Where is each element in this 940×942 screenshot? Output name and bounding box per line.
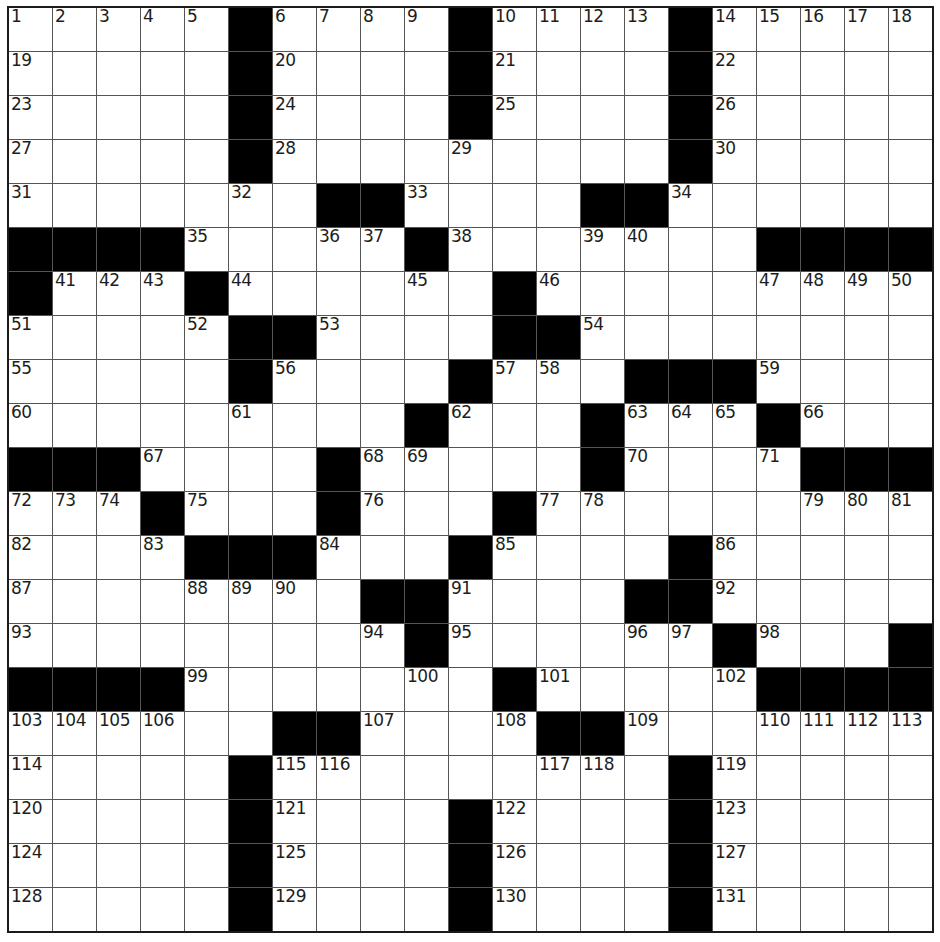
white-cell[interactable] <box>889 96 932 139</box>
white-cell[interactable] <box>229 712 272 755</box>
white-cell[interactable]: 44 <box>229 272 272 315</box>
white-cell[interactable]: 51 <box>9 316 52 359</box>
white-cell[interactable] <box>317 404 360 447</box>
white-cell[interactable] <box>669 492 712 535</box>
white-cell[interactable]: 79 <box>801 492 844 535</box>
white-cell[interactable]: 93 <box>9 624 52 667</box>
white-cell[interactable]: 65 <box>713 404 756 447</box>
white-cell[interactable]: 126 <box>493 844 536 887</box>
white-cell[interactable] <box>317 52 360 95</box>
white-cell[interactable]: 121 <box>273 800 316 843</box>
white-cell[interactable]: 83 <box>141 536 184 579</box>
white-cell[interactable] <box>801 52 844 95</box>
white-cell[interactable] <box>625 756 668 799</box>
white-cell[interactable]: 62 <box>449 404 492 447</box>
white-cell[interactable] <box>53 316 96 359</box>
white-cell[interactable] <box>361 316 404 359</box>
white-cell[interactable]: 77 <box>537 492 580 535</box>
white-cell[interactable] <box>405 536 448 579</box>
white-cell[interactable]: 101 <box>537 668 580 711</box>
white-cell[interactable] <box>757 756 800 799</box>
white-cell[interactable] <box>757 536 800 579</box>
white-cell[interactable]: 7 <box>317 8 360 51</box>
white-cell[interactable]: 119 <box>713 756 756 799</box>
white-cell[interactable] <box>493 756 536 799</box>
white-cell[interactable] <box>361 536 404 579</box>
white-cell[interactable] <box>361 888 404 931</box>
white-cell[interactable] <box>889 800 932 843</box>
white-cell[interactable]: 70 <box>625 448 668 491</box>
white-cell[interactable] <box>141 404 184 447</box>
white-cell[interactable] <box>889 316 932 359</box>
white-cell[interactable] <box>757 800 800 843</box>
white-cell[interactable]: 91 <box>449 580 492 623</box>
white-cell[interactable]: 34 <box>669 184 712 227</box>
white-cell[interactable]: 8 <box>361 8 404 51</box>
white-cell[interactable] <box>889 360 932 403</box>
white-cell[interactable] <box>889 756 932 799</box>
white-cell[interactable]: 122 <box>493 800 536 843</box>
white-cell[interactable] <box>185 184 228 227</box>
white-cell[interactable] <box>845 52 888 95</box>
white-cell[interactable] <box>713 492 756 535</box>
white-cell[interactable] <box>581 140 624 183</box>
white-cell[interactable] <box>405 96 448 139</box>
white-cell[interactable]: 21 <box>493 52 536 95</box>
white-cell[interactable] <box>845 96 888 139</box>
white-cell[interactable] <box>97 140 140 183</box>
white-cell[interactable]: 96 <box>625 624 668 667</box>
white-cell[interactable] <box>625 140 668 183</box>
white-cell[interactable] <box>185 712 228 755</box>
white-cell[interactable]: 15 <box>757 8 800 51</box>
white-cell[interactable] <box>185 756 228 799</box>
white-cell[interactable] <box>405 140 448 183</box>
white-cell[interactable] <box>889 404 932 447</box>
white-cell[interactable] <box>317 580 360 623</box>
white-cell[interactable] <box>625 272 668 315</box>
white-cell[interactable]: 110 <box>757 712 800 755</box>
white-cell[interactable] <box>801 96 844 139</box>
white-cell[interactable] <box>53 624 96 667</box>
white-cell[interactable] <box>757 492 800 535</box>
white-cell[interactable] <box>537 404 580 447</box>
white-cell[interactable]: 36 <box>317 228 360 271</box>
white-cell[interactable]: 55 <box>9 360 52 403</box>
white-cell[interactable]: 71 <box>757 448 800 491</box>
white-cell[interactable] <box>141 52 184 95</box>
white-cell[interactable] <box>845 756 888 799</box>
white-cell[interactable]: 19 <box>9 52 52 95</box>
white-cell[interactable]: 80 <box>845 492 888 535</box>
white-cell[interactable] <box>141 800 184 843</box>
white-cell[interactable]: 131 <box>713 888 756 931</box>
white-cell[interactable] <box>757 184 800 227</box>
white-cell[interactable] <box>317 844 360 887</box>
white-cell[interactable]: 23 <box>9 96 52 139</box>
white-cell[interactable] <box>669 228 712 271</box>
white-cell[interactable] <box>405 52 448 95</box>
white-cell[interactable] <box>669 668 712 711</box>
white-cell[interactable] <box>889 52 932 95</box>
white-cell[interactable] <box>845 184 888 227</box>
white-cell[interactable] <box>449 756 492 799</box>
white-cell[interactable] <box>581 888 624 931</box>
white-cell[interactable] <box>713 228 756 271</box>
white-cell[interactable] <box>625 492 668 535</box>
white-cell[interactable] <box>757 844 800 887</box>
white-cell[interactable] <box>801 360 844 403</box>
white-cell[interactable] <box>141 624 184 667</box>
white-cell[interactable]: 39 <box>581 228 624 271</box>
white-cell[interactable] <box>845 404 888 447</box>
white-cell[interactable] <box>361 140 404 183</box>
white-cell[interactable] <box>141 580 184 623</box>
white-cell[interactable] <box>801 580 844 623</box>
white-cell[interactable]: 128 <box>9 888 52 931</box>
white-cell[interactable] <box>273 448 316 491</box>
white-cell[interactable] <box>889 184 932 227</box>
white-cell[interactable] <box>889 580 932 623</box>
white-cell[interactable] <box>625 844 668 887</box>
white-cell[interactable]: 12 <box>581 8 624 51</box>
white-cell[interactable] <box>625 536 668 579</box>
white-cell[interactable] <box>405 360 448 403</box>
white-cell[interactable] <box>845 800 888 843</box>
white-cell[interactable] <box>229 448 272 491</box>
white-cell[interactable] <box>229 668 272 711</box>
white-cell[interactable] <box>185 52 228 95</box>
white-cell[interactable] <box>141 184 184 227</box>
white-cell[interactable] <box>97 580 140 623</box>
white-cell[interactable] <box>757 316 800 359</box>
white-cell[interactable]: 22 <box>713 52 756 95</box>
white-cell[interactable] <box>273 184 316 227</box>
white-cell[interactable] <box>185 844 228 887</box>
white-cell[interactable] <box>361 272 404 315</box>
white-cell[interactable] <box>97 360 140 403</box>
white-cell[interactable]: 129 <box>273 888 316 931</box>
white-cell[interactable] <box>493 448 536 491</box>
white-cell[interactable] <box>405 844 448 887</box>
white-cell[interactable]: 3 <box>97 8 140 51</box>
white-cell[interactable] <box>801 184 844 227</box>
white-cell[interactable] <box>537 624 580 667</box>
white-cell[interactable]: 58 <box>537 360 580 403</box>
white-cell[interactable] <box>581 52 624 95</box>
white-cell[interactable]: 2 <box>53 8 96 51</box>
white-cell[interactable] <box>97 844 140 887</box>
white-cell[interactable] <box>229 228 272 271</box>
white-cell[interactable] <box>97 624 140 667</box>
white-cell[interactable]: 50 <box>889 272 932 315</box>
white-cell[interactable] <box>845 580 888 623</box>
white-cell[interactable]: 94 <box>361 624 404 667</box>
white-cell[interactable] <box>317 96 360 139</box>
white-cell[interactable] <box>757 140 800 183</box>
white-cell[interactable]: 31 <box>9 184 52 227</box>
white-cell[interactable] <box>53 404 96 447</box>
white-cell[interactable]: 82 <box>9 536 52 579</box>
white-cell[interactable]: 78 <box>581 492 624 535</box>
white-cell[interactable] <box>97 800 140 843</box>
white-cell[interactable]: 97 <box>669 624 712 667</box>
white-cell[interactable]: 9 <box>405 8 448 51</box>
white-cell[interactable] <box>537 888 580 931</box>
white-cell[interactable] <box>625 316 668 359</box>
white-cell[interactable]: 54 <box>581 316 624 359</box>
white-cell[interactable]: 88 <box>185 580 228 623</box>
white-cell[interactable]: 27 <box>9 140 52 183</box>
white-cell[interactable] <box>845 888 888 931</box>
white-cell[interactable]: 87 <box>9 580 52 623</box>
white-cell[interactable] <box>493 624 536 667</box>
white-cell[interactable] <box>581 272 624 315</box>
white-cell[interactable] <box>449 668 492 711</box>
white-cell[interactable] <box>889 888 932 931</box>
white-cell[interactable]: 14 <box>713 8 756 51</box>
white-cell[interactable]: 43 <box>141 272 184 315</box>
white-cell[interactable] <box>141 756 184 799</box>
white-cell[interactable]: 114 <box>9 756 52 799</box>
white-cell[interactable] <box>361 756 404 799</box>
white-cell[interactable] <box>361 52 404 95</box>
white-cell[interactable]: 40 <box>625 228 668 271</box>
white-cell[interactable] <box>361 96 404 139</box>
white-cell[interactable] <box>97 404 140 447</box>
white-cell[interactable] <box>449 712 492 755</box>
white-cell[interactable] <box>845 844 888 887</box>
white-cell[interactable]: 42 <box>97 272 140 315</box>
white-cell[interactable]: 28 <box>273 140 316 183</box>
white-cell[interactable] <box>53 756 96 799</box>
white-cell[interactable] <box>317 624 360 667</box>
white-cell[interactable] <box>537 184 580 227</box>
white-cell[interactable]: 112 <box>845 712 888 755</box>
white-cell[interactable] <box>845 360 888 403</box>
white-cell[interactable] <box>581 96 624 139</box>
white-cell[interactable] <box>845 536 888 579</box>
white-cell[interactable] <box>449 448 492 491</box>
white-cell[interactable] <box>801 800 844 843</box>
white-cell[interactable]: 64 <box>669 404 712 447</box>
white-cell[interactable]: 124 <box>9 844 52 887</box>
white-cell[interactable] <box>53 580 96 623</box>
white-cell[interactable] <box>185 624 228 667</box>
white-cell[interactable] <box>141 888 184 931</box>
white-cell[interactable] <box>537 448 580 491</box>
white-cell[interactable] <box>273 624 316 667</box>
white-cell[interactable]: 92 <box>713 580 756 623</box>
white-cell[interactable] <box>801 140 844 183</box>
white-cell[interactable] <box>405 316 448 359</box>
white-cell[interactable] <box>449 272 492 315</box>
white-cell[interactable] <box>97 96 140 139</box>
white-cell[interactable] <box>97 52 140 95</box>
white-cell[interactable] <box>625 52 668 95</box>
white-cell[interactable]: 120 <box>9 800 52 843</box>
white-cell[interactable] <box>581 536 624 579</box>
white-cell[interactable]: 24 <box>273 96 316 139</box>
white-cell[interactable]: 102 <box>713 668 756 711</box>
white-cell[interactable] <box>361 844 404 887</box>
white-cell[interactable]: 75 <box>185 492 228 535</box>
white-cell[interactable]: 29 <box>449 140 492 183</box>
white-cell[interactable]: 109 <box>625 712 668 755</box>
white-cell[interactable] <box>141 96 184 139</box>
white-cell[interactable] <box>537 844 580 887</box>
white-cell[interactable]: 17 <box>845 8 888 51</box>
white-cell[interactable] <box>581 668 624 711</box>
white-cell[interactable] <box>97 756 140 799</box>
white-cell[interactable] <box>713 184 756 227</box>
white-cell[interactable] <box>581 360 624 403</box>
white-cell[interactable]: 68 <box>361 448 404 491</box>
white-cell[interactable]: 117 <box>537 756 580 799</box>
white-cell[interactable] <box>361 404 404 447</box>
white-cell[interactable] <box>97 184 140 227</box>
white-cell[interactable]: 118 <box>581 756 624 799</box>
white-cell[interactable]: 111 <box>801 712 844 755</box>
white-cell[interactable] <box>185 360 228 403</box>
white-cell[interactable] <box>361 668 404 711</box>
white-cell[interactable] <box>713 272 756 315</box>
white-cell[interactable]: 20 <box>273 52 316 95</box>
white-cell[interactable]: 11 <box>537 8 580 51</box>
white-cell[interactable]: 35 <box>185 228 228 271</box>
white-cell[interactable] <box>625 888 668 931</box>
white-cell[interactable]: 69 <box>405 448 448 491</box>
white-cell[interactable] <box>581 580 624 623</box>
white-cell[interactable] <box>493 404 536 447</box>
white-cell[interactable]: 10 <box>493 8 536 51</box>
white-cell[interactable] <box>537 96 580 139</box>
white-cell[interactable]: 47 <box>757 272 800 315</box>
white-cell[interactable] <box>625 668 668 711</box>
white-cell[interactable]: 123 <box>713 800 756 843</box>
white-cell[interactable] <box>317 888 360 931</box>
white-cell[interactable] <box>229 492 272 535</box>
white-cell[interactable]: 76 <box>361 492 404 535</box>
white-cell[interactable] <box>449 184 492 227</box>
white-cell[interactable] <box>889 844 932 887</box>
white-cell[interactable] <box>669 712 712 755</box>
white-cell[interactable]: 103 <box>9 712 52 755</box>
white-cell[interactable]: 48 <box>801 272 844 315</box>
white-cell[interactable]: 59 <box>757 360 800 403</box>
white-cell[interactable] <box>97 316 140 359</box>
white-cell[interactable] <box>449 316 492 359</box>
white-cell[interactable] <box>273 492 316 535</box>
white-cell[interactable]: 107 <box>361 712 404 755</box>
white-cell[interactable] <box>229 624 272 667</box>
white-cell[interactable]: 98 <box>757 624 800 667</box>
white-cell[interactable]: 125 <box>273 844 316 887</box>
white-cell[interactable]: 106 <box>141 712 184 755</box>
white-cell[interactable] <box>845 316 888 359</box>
white-cell[interactable] <box>625 800 668 843</box>
white-cell[interactable] <box>537 52 580 95</box>
white-cell[interactable] <box>53 184 96 227</box>
white-cell[interactable]: 38 <box>449 228 492 271</box>
white-cell[interactable]: 74 <box>97 492 140 535</box>
white-cell[interactable]: 25 <box>493 96 536 139</box>
white-cell[interactable] <box>317 360 360 403</box>
white-cell[interactable] <box>493 140 536 183</box>
white-cell[interactable] <box>141 140 184 183</box>
white-cell[interactable] <box>273 668 316 711</box>
white-cell[interactable] <box>801 888 844 931</box>
white-cell[interactable]: 85 <box>493 536 536 579</box>
white-cell[interactable] <box>757 580 800 623</box>
white-cell[interactable] <box>669 272 712 315</box>
white-cell[interactable]: 108 <box>493 712 536 755</box>
white-cell[interactable]: 86 <box>713 536 756 579</box>
white-cell[interactable]: 60 <box>9 404 52 447</box>
white-cell[interactable]: 66 <box>801 404 844 447</box>
white-cell[interactable]: 52 <box>185 316 228 359</box>
white-cell[interactable] <box>845 624 888 667</box>
white-cell[interactable] <box>405 888 448 931</box>
white-cell[interactable] <box>405 492 448 535</box>
white-cell[interactable]: 113 <box>889 712 932 755</box>
white-cell[interactable]: 56 <box>273 360 316 403</box>
white-cell[interactable] <box>801 844 844 887</box>
white-cell[interactable]: 100 <box>405 668 448 711</box>
white-cell[interactable] <box>801 756 844 799</box>
white-cell[interactable] <box>669 448 712 491</box>
white-cell[interactable]: 45 <box>405 272 448 315</box>
white-cell[interactable] <box>53 888 96 931</box>
white-cell[interactable] <box>581 624 624 667</box>
white-cell[interactable]: 49 <box>845 272 888 315</box>
white-cell[interactable]: 61 <box>229 404 272 447</box>
white-cell[interactable] <box>669 316 712 359</box>
white-cell[interactable] <box>537 580 580 623</box>
white-cell[interactable] <box>53 96 96 139</box>
white-cell[interactable] <box>141 316 184 359</box>
white-cell[interactable] <box>97 888 140 931</box>
white-cell[interactable] <box>757 888 800 931</box>
white-cell[interactable]: 41 <box>53 272 96 315</box>
white-cell[interactable] <box>537 228 580 271</box>
white-cell[interactable] <box>53 536 96 579</box>
white-cell[interactable]: 13 <box>625 8 668 51</box>
white-cell[interactable]: 4 <box>141 8 184 51</box>
white-cell[interactable] <box>273 404 316 447</box>
white-cell[interactable] <box>361 360 404 403</box>
white-cell[interactable]: 130 <box>493 888 536 931</box>
white-cell[interactable] <box>801 316 844 359</box>
white-cell[interactable]: 104 <box>53 712 96 755</box>
white-cell[interactable]: 81 <box>889 492 932 535</box>
white-cell[interactable] <box>97 536 140 579</box>
white-cell[interactable] <box>53 360 96 403</box>
white-cell[interactable]: 84 <box>317 536 360 579</box>
white-cell[interactable]: 30 <box>713 140 756 183</box>
white-cell[interactable] <box>845 140 888 183</box>
white-cell[interactable] <box>405 712 448 755</box>
white-cell[interactable] <box>185 404 228 447</box>
white-cell[interactable] <box>537 800 580 843</box>
white-cell[interactable] <box>405 800 448 843</box>
white-cell[interactable] <box>757 52 800 95</box>
white-cell[interactable] <box>581 800 624 843</box>
white-cell[interactable] <box>493 184 536 227</box>
white-cell[interactable] <box>53 140 96 183</box>
white-cell[interactable]: 16 <box>801 8 844 51</box>
white-cell[interactable]: 115 <box>273 756 316 799</box>
